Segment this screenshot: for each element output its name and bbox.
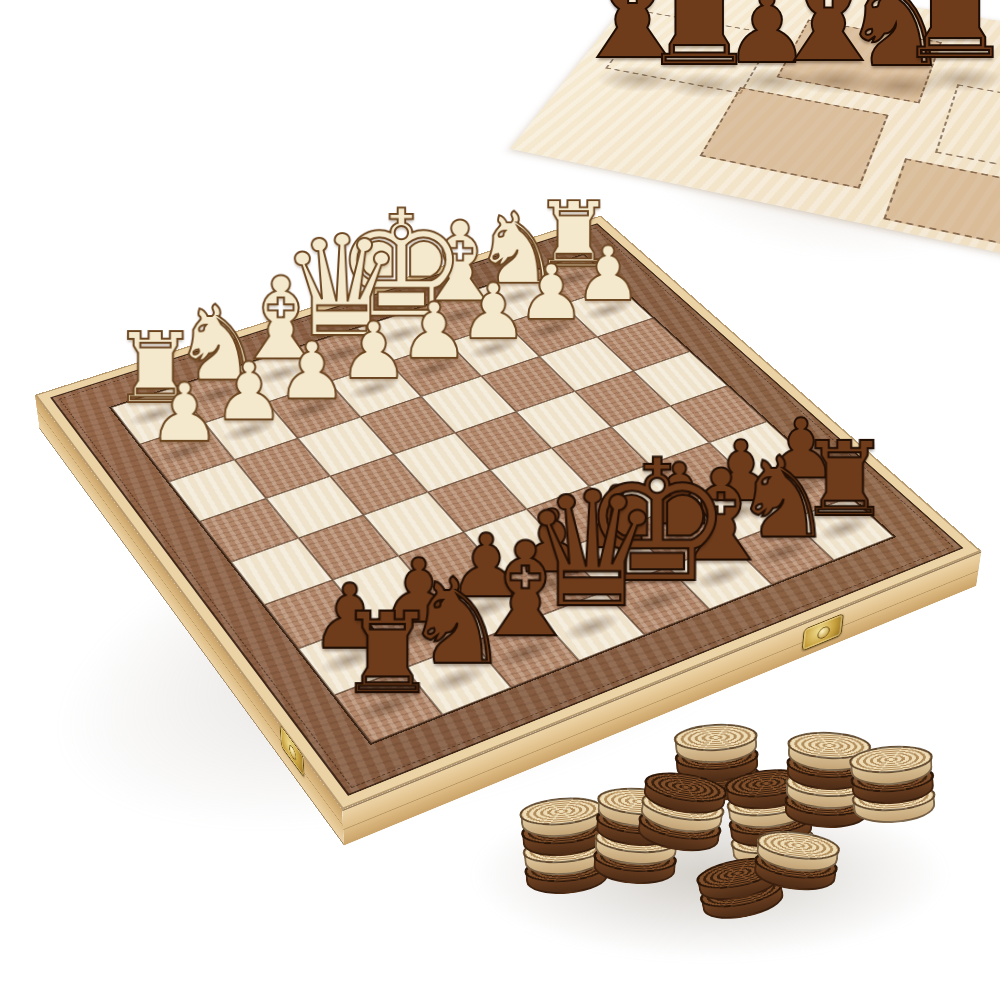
checkers-pile bbox=[450, 690, 1000, 1000]
checkers-stack bbox=[788, 730, 872, 734]
piece-stand: ♜ bbox=[292, 492, 482, 706]
spare-black-rook: ♜ bbox=[895, 0, 1000, 75]
checker-disc-cream bbox=[673, 722, 759, 768]
product-photo-chess-set: { "game": "chess", "scene_description": … bbox=[0, 0, 1000, 1000]
checkers-stack bbox=[518, 794, 602, 801]
spare-board-square bbox=[883, 158, 1000, 255]
checker-disc-cream bbox=[518, 794, 605, 843]
brass-clasp-front bbox=[802, 613, 844, 652]
checkers-stack bbox=[673, 722, 757, 726]
black-rook-glyph: ♜ bbox=[337, 601, 437, 707]
checker-disc-cream bbox=[848, 743, 935, 791]
